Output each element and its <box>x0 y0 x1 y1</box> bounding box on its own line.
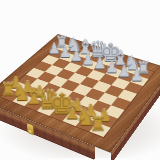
black-pawn[interactable]: ♟ <box>130 69 144 84</box>
chess-box: ♜♞♝♛♚♝♞♜♟♟♟♟♟♟♟♟♟♟♟♟♟♟♟♟♜♞♝♛♚♝♞♜ <box>0 34 160 153</box>
white-rook[interactable]: ♜ <box>89 114 105 133</box>
chess-set-photo: ♜♞♝♛♚♝♞♜♟♟♟♟♟♟♟♟♟♟♟♟♟♟♟♟♜♞♝♛♚♝♞♜ <box>0 0 160 160</box>
box-clasp <box>27 123 34 135</box>
board-frame: ♜♞♝♛♚♝♞♜♟♟♟♟♟♟♟♟♟♟♟♟♟♟♟♟♜♞♝♛♚♝♞♜ <box>0 34 160 153</box>
perspective-wrapper: ♜♞♝♛♚♝♞♜♟♟♟♟♟♟♟♟♟♟♟♟♟♟♟♟♜♞♝♛♚♝♞♜ <box>0 0 160 160</box>
